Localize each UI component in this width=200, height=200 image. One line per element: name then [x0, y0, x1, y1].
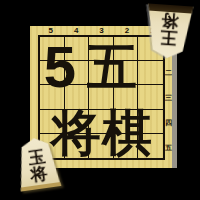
sente-king-piece[interactable]: 玉 将 [12, 135, 64, 192]
gote-king-char-bottom: 将 [161, 11, 179, 29]
sente-king-char-bottom: 将 [29, 165, 48, 185]
gogo-shogi-graphic: 5 4 3 2 1 一 二 三 四 五 5 五 将 棋 王 将 玉 将 [0, 0, 200, 200]
file-label-3: 3 [89, 26, 114, 35]
rank-label-3: 三 [165, 85, 172, 110]
board-cell[interactable] [138, 61, 163, 85]
file-label-2: 2 [114, 26, 139, 35]
title-char-gi: 棋 [102, 108, 152, 158]
rank-label-4: 四 [165, 110, 172, 135]
rank-label-5: 五 [165, 135, 172, 160]
sente-king-piece-face: 玉 将 [12, 135, 64, 192]
title-char-5: 5 [44, 38, 76, 96]
title-char-go: 五 [87, 42, 137, 92]
gote-king-piece-face: 王 将 [142, 3, 196, 59]
gote-king-piece[interactable]: 王 将 [142, 3, 196, 59]
gote-king-char-top: 王 [159, 28, 177, 46]
rank-label-2: 二 [165, 60, 172, 85]
